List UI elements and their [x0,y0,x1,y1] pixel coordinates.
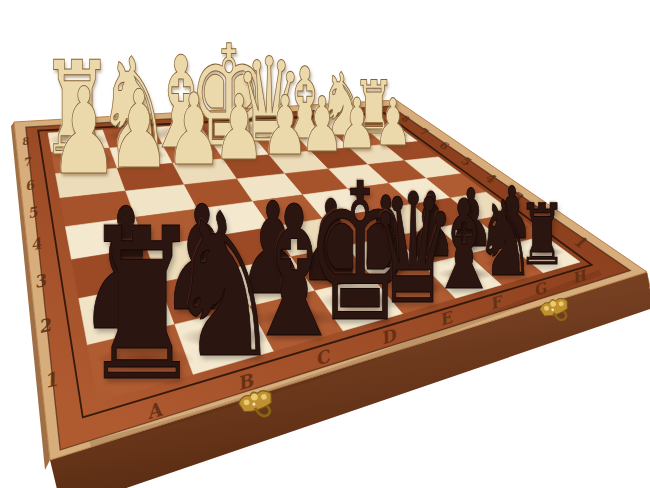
pieces-layer: ♜♞♝♚♛♝♞♜♟♟♟♟♟♟♟♟♟♟♟♟♟♟♟♟♜♞♝♚♛♝♞♜ [0,0,650,488]
piece-white-pawn-e2[interactable]: ♟ [213,83,265,173]
chess-set-photo: Standard chess starting position on a fo… [0,0,650,488]
piece-white-pawn-g2[interactable]: ♟ [108,76,170,184]
piece-black-rook-a8[interactable]: ♜ [518,193,566,277]
